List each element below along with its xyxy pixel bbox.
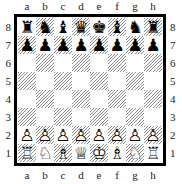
rank-label-left-5: 5: [0, 72, 14, 90]
corner-bottom-left: [0, 166, 14, 184]
file-label-bottom-f: f: [108, 169, 126, 181]
rank-label-right-2: 2: [166, 126, 182, 144]
file-label-bottom-c: c: [54, 169, 72, 181]
square-e4[interactable]: [90, 90, 108, 108]
rank-label-right-5: 5: [166, 72, 182, 90]
square-g1[interactable]: ♞♘: [126, 144, 144, 162]
square-c2[interactable]: ♟♙: [54, 126, 72, 144]
file-label-bottom-h: h: [144, 169, 162, 181]
rank-labels-right: 87654321: [166, 14, 182, 166]
white-pawn-icon: ♟♙: [37, 126, 52, 144]
square-h7[interactable]: ♟: [144, 36, 162, 54]
square-a2[interactable]: ♟♙: [18, 126, 36, 144]
square-c1[interactable]: ♝♗: [54, 144, 72, 162]
square-d5[interactable]: [72, 72, 90, 90]
square-e6[interactable]: [90, 54, 108, 72]
black-pawn-icon: ♟: [145, 36, 160, 54]
square-g6[interactable]: [126, 54, 144, 72]
square-a5[interactable]: [18, 72, 36, 90]
white-pawn-icon: ♟♙: [91, 126, 106, 144]
rank-label-right-1: 1: [166, 144, 182, 162]
file-label-bottom-a: a: [18, 169, 36, 181]
square-e2[interactable]: ♟♙: [90, 126, 108, 144]
square-g7[interactable]: ♟: [126, 36, 144, 54]
square-c4[interactable]: [54, 90, 72, 108]
file-label-top-e: e: [90, 0, 108, 12]
square-b5[interactable]: [36, 72, 54, 90]
square-d2[interactable]: ♟♙: [72, 126, 90, 144]
square-c5[interactable]: [54, 72, 72, 90]
corner-top-left: [0, 0, 14, 14]
square-a6[interactable]: [18, 54, 36, 72]
square-g3[interactable]: [126, 108, 144, 126]
file-labels-bottom: abcdefgh: [14, 166, 166, 184]
square-b3[interactable]: [36, 108, 54, 126]
rank-label-left-4: 4: [0, 90, 14, 108]
file-label-top-a: a: [18, 0, 36, 12]
file-label-top-b: b: [36, 0, 54, 12]
black-pawn-icon: ♟: [127, 36, 142, 54]
black-bishop-icon: ♝: [109, 18, 124, 36]
black-pawn-icon: ♟: [37, 36, 52, 54]
file-label-bottom-e: e: [90, 169, 108, 181]
square-a7[interactable]: ♟: [18, 36, 36, 54]
rank-label-left-3: 3: [0, 108, 14, 126]
chess-diagram: abcdefgh 87654321 ♜♞♝♛♚♝♞♜♟♟♟♟♟♟♟♟♟♙♟♙♟♙…: [0, 0, 182, 184]
square-h1[interactable]: ♜♖: [144, 144, 162, 162]
file-label-top-d: d: [72, 0, 90, 12]
square-a8[interactable]: ♜: [18, 18, 36, 36]
square-d3[interactable]: [72, 108, 90, 126]
rank-label-right-4: 4: [166, 90, 182, 108]
rank-label-right-7: 7: [166, 36, 182, 54]
square-d4[interactable]: [72, 90, 90, 108]
square-c3[interactable]: [54, 108, 72, 126]
black-king-icon: ♚: [91, 18, 106, 36]
square-b4[interactable]: [36, 90, 54, 108]
square-f5[interactable]: [108, 72, 126, 90]
square-f1[interactable]: ♝♗: [108, 144, 126, 162]
square-a3[interactable]: [18, 108, 36, 126]
black-pawn-icon: ♟: [73, 36, 88, 54]
square-e5[interactable]: [90, 72, 108, 90]
square-f6[interactable]: [108, 54, 126, 72]
white-pawn-icon: ♟♙: [55, 126, 70, 144]
square-h4[interactable]: [144, 90, 162, 108]
white-knight-icon: ♞♘: [37, 144, 52, 162]
black-pawn-icon: ♟: [55, 36, 70, 54]
rank-label-left-2: 2: [0, 126, 14, 144]
black-pawn-icon: ♟: [109, 36, 124, 54]
black-pawn-icon: ♟: [91, 36, 106, 54]
white-pawn-icon: ♟♙: [145, 126, 160, 144]
white-pawn-icon: ♟♙: [73, 126, 88, 144]
rank-label-left-8: 8: [0, 18, 14, 36]
file-labels-top: abcdefgh: [14, 0, 166, 14]
square-b6[interactable]: [36, 54, 54, 72]
file-label-top-h: h: [144, 0, 162, 12]
rank-label-right-6: 6: [166, 54, 182, 72]
square-b8[interactable]: ♞: [36, 18, 54, 36]
file-label-bottom-g: g: [126, 169, 144, 181]
file-label-bottom-b: b: [36, 169, 54, 181]
square-d1[interactable]: ♛♕: [72, 144, 90, 162]
corner-top-right: [166, 0, 182, 14]
white-rook-icon: ♜♖: [19, 144, 34, 162]
square-f3[interactable]: [108, 108, 126, 126]
square-b1[interactable]: ♞♘: [36, 144, 54, 162]
square-h3[interactable]: [144, 108, 162, 126]
square-a4[interactable]: [18, 90, 36, 108]
square-h2[interactable]: ♟♙: [144, 126, 162, 144]
square-g2[interactable]: ♟♙: [126, 126, 144, 144]
square-g4[interactable]: [126, 90, 144, 108]
white-knight-icon: ♞♘: [127, 144, 142, 162]
rank-label-right-3: 3: [166, 108, 182, 126]
square-e1[interactable]: ♚♔: [90, 144, 108, 162]
square-h5[interactable]: [144, 72, 162, 90]
black-bishop-icon: ♝: [55, 18, 70, 36]
file-label-top-c: c: [54, 0, 72, 12]
rank-label-right-8: 8: [166, 18, 182, 36]
square-h6[interactable]: [144, 54, 162, 72]
rank-labels-left: 87654321: [0, 14, 14, 166]
square-d7[interactable]: ♟: [72, 36, 90, 54]
black-pawn-icon: ♟: [19, 36, 34, 54]
rank-label-left-1: 1: [0, 144, 14, 162]
square-c6[interactable]: [54, 54, 72, 72]
rank-label-left-7: 7: [0, 36, 14, 54]
square-f4[interactable]: [108, 90, 126, 108]
square-c7[interactable]: ♟: [54, 36, 72, 54]
black-rook-icon: ♜: [145, 18, 160, 36]
corner-bottom-right: [166, 166, 182, 184]
white-bishop-icon: ♝♗: [109, 144, 124, 162]
square-h8[interactable]: ♜: [144, 18, 162, 36]
white-pawn-icon: ♟♙: [19, 126, 34, 144]
square-b2[interactable]: ♟♙: [36, 126, 54, 144]
square-e8[interactable]: ♚: [90, 18, 108, 36]
white-king-icon: ♚♔: [91, 144, 106, 162]
black-knight-icon: ♞: [37, 18, 52, 36]
white-queen-icon: ♛♕: [73, 144, 88, 162]
square-b7[interactable]: ♟: [36, 36, 54, 54]
file-label-bottom-d: d: [72, 169, 90, 181]
black-queen-icon: ♛: [73, 18, 88, 36]
file-label-top-f: f: [108, 0, 126, 12]
square-f8[interactable]: ♝: [108, 18, 126, 36]
square-d8[interactable]: ♛: [72, 18, 90, 36]
file-label-top-g: g: [126, 0, 144, 12]
square-d6[interactable]: [72, 54, 90, 72]
rank-label-left-6: 6: [0, 54, 14, 72]
white-pawn-icon: ♟♙: [109, 126, 124, 144]
white-bishop-icon: ♝♗: [55, 144, 70, 162]
square-c8[interactable]: ♝: [54, 18, 72, 36]
square-e3[interactable]: [90, 108, 108, 126]
white-rook-icon: ♜♖: [145, 144, 160, 162]
square-f2[interactable]: ♟♙: [108, 126, 126, 144]
square-a1[interactable]: ♜♖: [18, 144, 36, 162]
black-rook-icon: ♜: [19, 18, 34, 36]
square-f7[interactable]: ♟: [108, 36, 126, 54]
white-pawn-icon: ♟♙: [127, 126, 142, 144]
black-knight-icon: ♞: [127, 18, 142, 36]
square-g8[interactable]: ♞: [126, 18, 144, 36]
square-e7[interactable]: ♟: [90, 36, 108, 54]
square-g5[interactable]: [126, 72, 144, 90]
chess-board: ♜♞♝♛♚♝♞♜♟♟♟♟♟♟♟♟♟♙♟♙♟♙♟♙♟♙♟♙♟♙♟♙♜♖♞♘♝♗♛♕…: [14, 14, 166, 166]
